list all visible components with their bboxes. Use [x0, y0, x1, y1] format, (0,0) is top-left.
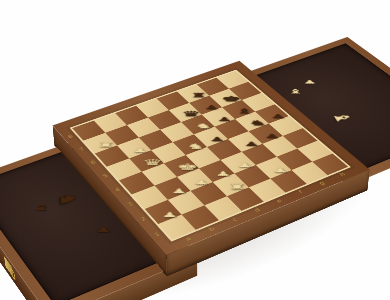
black-pawn-glyph: ♟	[270, 113, 285, 119]
captured-black-pawn-glyph: ♟	[94, 225, 111, 233]
captured-black-knight-lying[interactable]: ♞	[56, 192, 81, 207]
rank-label-1: 1	[150, 230, 165, 239]
white-rook-glyph: ♜	[97, 141, 116, 149]
black-pawn-glyph: ♟	[217, 116, 232, 122]
captured-white-bishop-lying[interactable]: ♝	[328, 111, 356, 126]
rank-label-5: 5	[98, 172, 112, 180]
rank-label-6: 6	[86, 159, 100, 167]
rank-label-8: 8	[64, 133, 78, 140]
rank-label-4: 4	[111, 186, 126, 194]
black-pawn-glyph: ♟	[244, 140, 260, 147]
captured-black-bishop[interactable]: ♝	[18, 194, 53, 217]
brass-latch[interactable]	[4, 256, 13, 278]
rank-label-2: 2	[136, 215, 151, 224]
chess-box: ♝♞♟♟ ♝♟♝ 12345678abcdefgh ♜♜♛♟♚♟♞♟♝♛♞♟♞♟…	[52, 61, 369, 255]
black-pawn-glyph: ♟	[209, 136, 224, 143]
rank-label-7: 7	[75, 146, 89, 153]
black-pawn-glyph: ♟	[264, 133, 280, 140]
scene: ♝♞♟♟ ♝♟♝ 12345678abcdefgh ♜♜♛♟♚♟♞♟♝♛♞♟♞♟…	[0, 0, 390, 300]
captured-black-bishop-glyph: ♝	[31, 203, 52, 212]
rank-label-3: 3	[123, 200, 138, 208]
captured-white-bishop-glyph: ♝	[287, 88, 305, 95]
captured-black-pawn[interactable]: ♟	[79, 215, 115, 239]
product-photo-stage: ♝♞♟♟ ♝♟♝ 12345678abcdefgh ♜♜♛♟♚♟♞♟♝♛♞♟♞♟…	[0, 0, 390, 300]
